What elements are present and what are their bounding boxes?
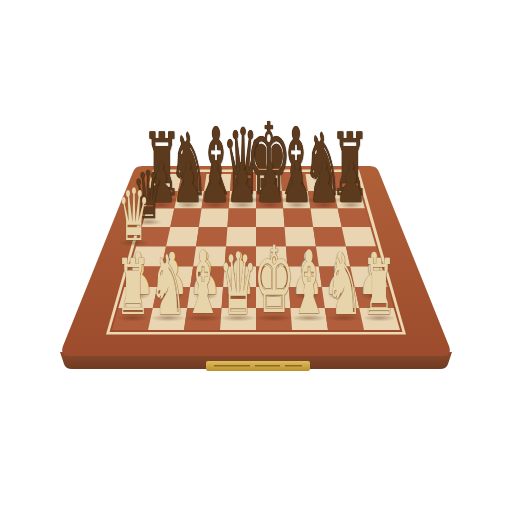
nameplate-engraving: [214, 365, 302, 367]
piece-light-rook-h1[interactable]: ♜: [345, 249, 414, 326]
chess-set-photo: ♜♞♝♛♚♝♞♜♟♟♟♟♟♟♟♟♛♛♟♟♟♟♟♟♟♟♜♞♝♛♚♝♞♜: [0, 0, 512, 512]
pawn-glyph: ♟: [336, 156, 367, 211]
piece-dark-pawn-h7[interactable]: ♟: [326, 156, 375, 211]
rook-glyph: ♜: [362, 249, 397, 326]
